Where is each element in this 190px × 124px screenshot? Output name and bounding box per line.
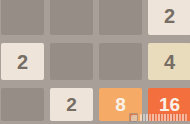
tile-value: 8 (115, 95, 126, 114)
tile-value: 2 (66, 95, 77, 114)
empty-cell-r3-c1 (1, 88, 44, 121)
watermark (129, 112, 188, 122)
2048-screenshot: 2242816 (0, 0, 190, 124)
empty-cell-r1-c3 (99, 0, 142, 35)
empty-cell-r1-c1 (1, 0, 44, 35)
empty-cell-r1-c2 (50, 0, 93, 35)
2048-board[interactable]: 2242816 (1, 0, 190, 121)
empty-cell-r2-c3 (99, 43, 142, 80)
tile-value: 2 (17, 52, 28, 72)
tile-2-r2-c1: 2 (1, 43, 44, 80)
tile-4-r2-c4: 4 (148, 43, 190, 80)
tile-value: 4 (164, 52, 175, 72)
watermark-text (140, 114, 188, 121)
tile-2-r1-c4: 2 (148, 0, 190, 35)
tile-2-r3-c2: 2 (50, 88, 93, 121)
watermark-logo-icon (129, 113, 138, 122)
empty-cell-r2-c2 (50, 43, 93, 80)
tile-value: 2 (164, 6, 175, 26)
